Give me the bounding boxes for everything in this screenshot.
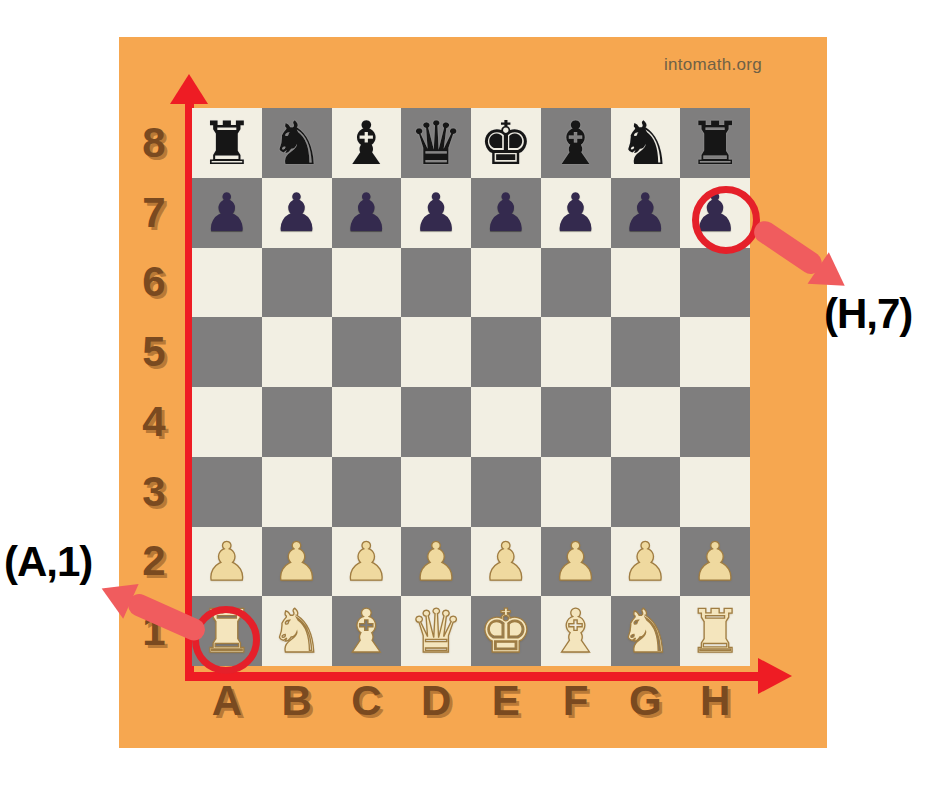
piece-white-pawn: ♟ [203,535,251,588]
square-a4 [192,387,262,457]
square-d3 [401,457,471,527]
rank-label-3: 3 [142,468,165,516]
square-f3 [541,457,611,527]
square-b8: ♞ [262,108,332,178]
square-d2: ♟ [401,527,471,597]
piece-black-pawn: ♟ [622,186,670,239]
file-label-g: G [629,677,662,725]
piece-black-bishop: ♝ [339,113,393,173]
square-g3 [611,457,681,527]
square-f8: ♝ [541,108,611,178]
square-e4 [471,387,541,457]
square-f6 [541,248,611,318]
square-e6 [471,248,541,318]
rank-label-5: 5 [142,328,165,376]
square-g5 [611,317,681,387]
piece-white-knight: ♞ [618,601,672,661]
piece-white-pawn: ♟ [691,535,739,588]
file-label-d: D [421,677,451,725]
piece-black-knight: ♞ [618,113,672,173]
file-label-e: E [492,677,520,725]
piece-white-king: ♚ [479,601,533,661]
rank-label-7: 7 [142,189,165,237]
piece-white-pawn: ♟ [273,535,321,588]
piece-black-pawn: ♟ [343,186,391,239]
square-b4 [262,387,332,457]
square-h6 [680,248,750,318]
square-f7: ♟ [541,178,611,248]
piece-white-pawn: ♟ [412,535,460,588]
square-d1: ♛ [401,596,471,666]
piece-black-pawn: ♟ [273,186,321,239]
coordinate-label-h7: (H,7) [824,290,912,338]
square-c1: ♝ [332,596,402,666]
square-a5 [192,317,262,387]
page: intomath.org ♜♞♝♛♚♝♞♜♟♟♟♟♟♟♟♟♟♟♟♟♟♟♟♟♜♞♝… [0,0,940,788]
highlight-circle-a1 [192,606,260,674]
piece-white-rook: ♜ [688,601,742,661]
piece-black-bishop: ♝ [549,113,603,173]
square-f5 [541,317,611,387]
square-c5 [332,317,402,387]
piece-black-rook: ♜ [200,113,254,173]
square-b7: ♟ [262,178,332,248]
square-a3 [192,457,262,527]
rank-label-8: 8 [142,119,165,167]
square-a2: ♟ [192,527,262,597]
rank-label-4: 4 [142,398,165,446]
file-label-c: C [351,677,381,725]
square-b6 [262,248,332,318]
piece-black-rook: ♜ [688,113,742,173]
piece-white-pawn: ♟ [622,535,670,588]
square-c7: ♟ [332,178,402,248]
square-h4 [680,387,750,457]
piece-white-bishop: ♝ [549,601,603,661]
square-d5 [401,317,471,387]
piece-black-pawn: ♟ [412,186,460,239]
square-c4 [332,387,402,457]
square-c3 [332,457,402,527]
piece-black-knight: ♞ [270,113,324,173]
chess-board: ♜♞♝♛♚♝♞♜♟♟♟♟♟♟♟♟♟♟♟♟♟♟♟♟♜♞♝♛♚♝♞♜ [192,108,750,666]
square-h1: ♜ [680,596,750,666]
square-e1: ♚ [471,596,541,666]
square-g6 [611,248,681,318]
piece-white-queen: ♛ [409,601,463,661]
square-b3 [262,457,332,527]
coordinate-label-a1: (A,1) [4,538,92,586]
piece-white-bishop: ♝ [339,601,393,661]
rank-label-6: 6 [142,258,165,306]
square-e3 [471,457,541,527]
square-d8: ♛ [401,108,471,178]
square-c6 [332,248,402,318]
file-label-a: A [212,677,242,725]
square-a7: ♟ [192,178,262,248]
square-g4 [611,387,681,457]
x-axis-arrowhead-icon [758,658,792,694]
highlight-circle-h7 [692,186,760,254]
file-label-h: H [700,677,730,725]
file-label-b: B [281,677,311,725]
square-h5 [680,317,750,387]
rank-label-2: 2 [142,537,165,585]
square-d4 [401,387,471,457]
square-e8: ♚ [471,108,541,178]
square-a6 [192,248,262,318]
file-label-f: F [563,677,589,725]
square-e7: ♟ [471,178,541,248]
square-g8: ♞ [611,108,681,178]
square-e2: ♟ [471,527,541,597]
square-c2: ♟ [332,527,402,597]
piece-black-pawn: ♟ [203,186,251,239]
square-e5 [471,317,541,387]
piece-black-queen: ♛ [409,113,463,173]
square-f2: ♟ [541,527,611,597]
square-b1: ♞ [262,596,332,666]
square-g1: ♞ [611,596,681,666]
piece-white-pawn: ♟ [482,535,530,588]
piece-black-pawn: ♟ [552,186,600,239]
square-a8: ♜ [192,108,262,178]
piece-white-pawn: ♟ [552,535,600,588]
x-axis-line [185,672,760,681]
square-f1: ♝ [541,596,611,666]
square-d7: ♟ [401,178,471,248]
square-d6 [401,248,471,318]
y-axis-arrowhead-icon [170,74,208,104]
piece-black-pawn: ♟ [482,186,530,239]
file-labels: ABCDEFGH [192,682,750,720]
square-c8: ♝ [332,108,402,178]
square-f4 [541,387,611,457]
piece-white-knight: ♞ [270,601,324,661]
piece-black-king: ♚ [479,113,533,173]
square-h2: ♟ [680,527,750,597]
piece-white-pawn: ♟ [343,535,391,588]
square-g2: ♟ [611,527,681,597]
square-g7: ♟ [611,178,681,248]
square-b5 [262,317,332,387]
square-h3 [680,457,750,527]
square-b2: ♟ [262,527,332,597]
watermark: intomath.org [600,55,762,75]
square-h8: ♜ [680,108,750,178]
